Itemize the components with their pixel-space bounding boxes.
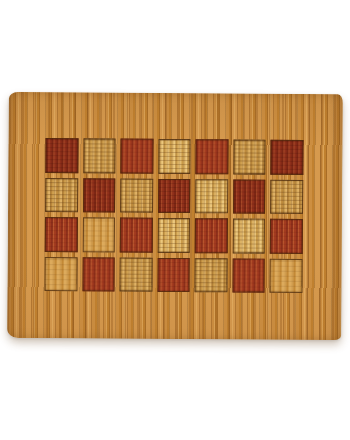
- board-square-g-r4c1: [44, 257, 77, 292]
- board-square-g-r2c7: [270, 179, 303, 214]
- board-square-r-r4c2: [82, 257, 115, 292]
- board-square-r-r1c7: [271, 140, 304, 175]
- board-square-g-r1c6: [233, 139, 266, 174]
- board-square-r-r1c5: [196, 139, 229, 174]
- board-square-g-r1c2: [83, 138, 116, 173]
- board-square-r-r2c6: [233, 179, 266, 214]
- checkerboard: [44, 138, 303, 293]
- board-square-g-r3c2: [82, 217, 115, 252]
- board-square-r-r2c4: [158, 178, 191, 213]
- board-square-g-r1c4: [158, 139, 191, 174]
- board-square-g-r4c7: [270, 258, 303, 293]
- board-square-g-r3c6: [233, 218, 266, 253]
- board-square-r-r3c5: [195, 218, 228, 253]
- board-square-g-r2c1: [45, 178, 78, 213]
- board-square-r-r3c7: [270, 219, 303, 254]
- board-square-r-r1c3: [120, 139, 153, 174]
- board-square-r-r3c1: [45, 217, 78, 252]
- board-square-r-r4c6: [232, 258, 265, 293]
- board-square-g-r4c5: [195, 258, 228, 293]
- board-square-g-r4c3: [120, 257, 153, 292]
- board-square-g-r3c4: [157, 218, 190, 253]
- rug: [7, 92, 343, 340]
- board-square-r-r2c2: [83, 178, 116, 213]
- board-square-r-r4c4: [157, 257, 190, 292]
- photo-stage: [0, 0, 350, 440]
- board-square-g-r2c5: [195, 179, 228, 214]
- board-square-r-r3c3: [120, 218, 153, 253]
- board-square-g-r2c3: [120, 178, 153, 213]
- board-square-r-r1c1: [45, 138, 78, 173]
